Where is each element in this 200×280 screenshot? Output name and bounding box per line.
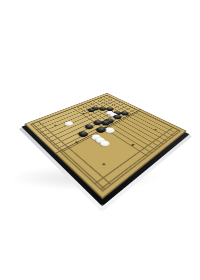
star-point [101,163,105,166]
star-point [74,141,77,143]
product-photo-stage [0,0,200,280]
